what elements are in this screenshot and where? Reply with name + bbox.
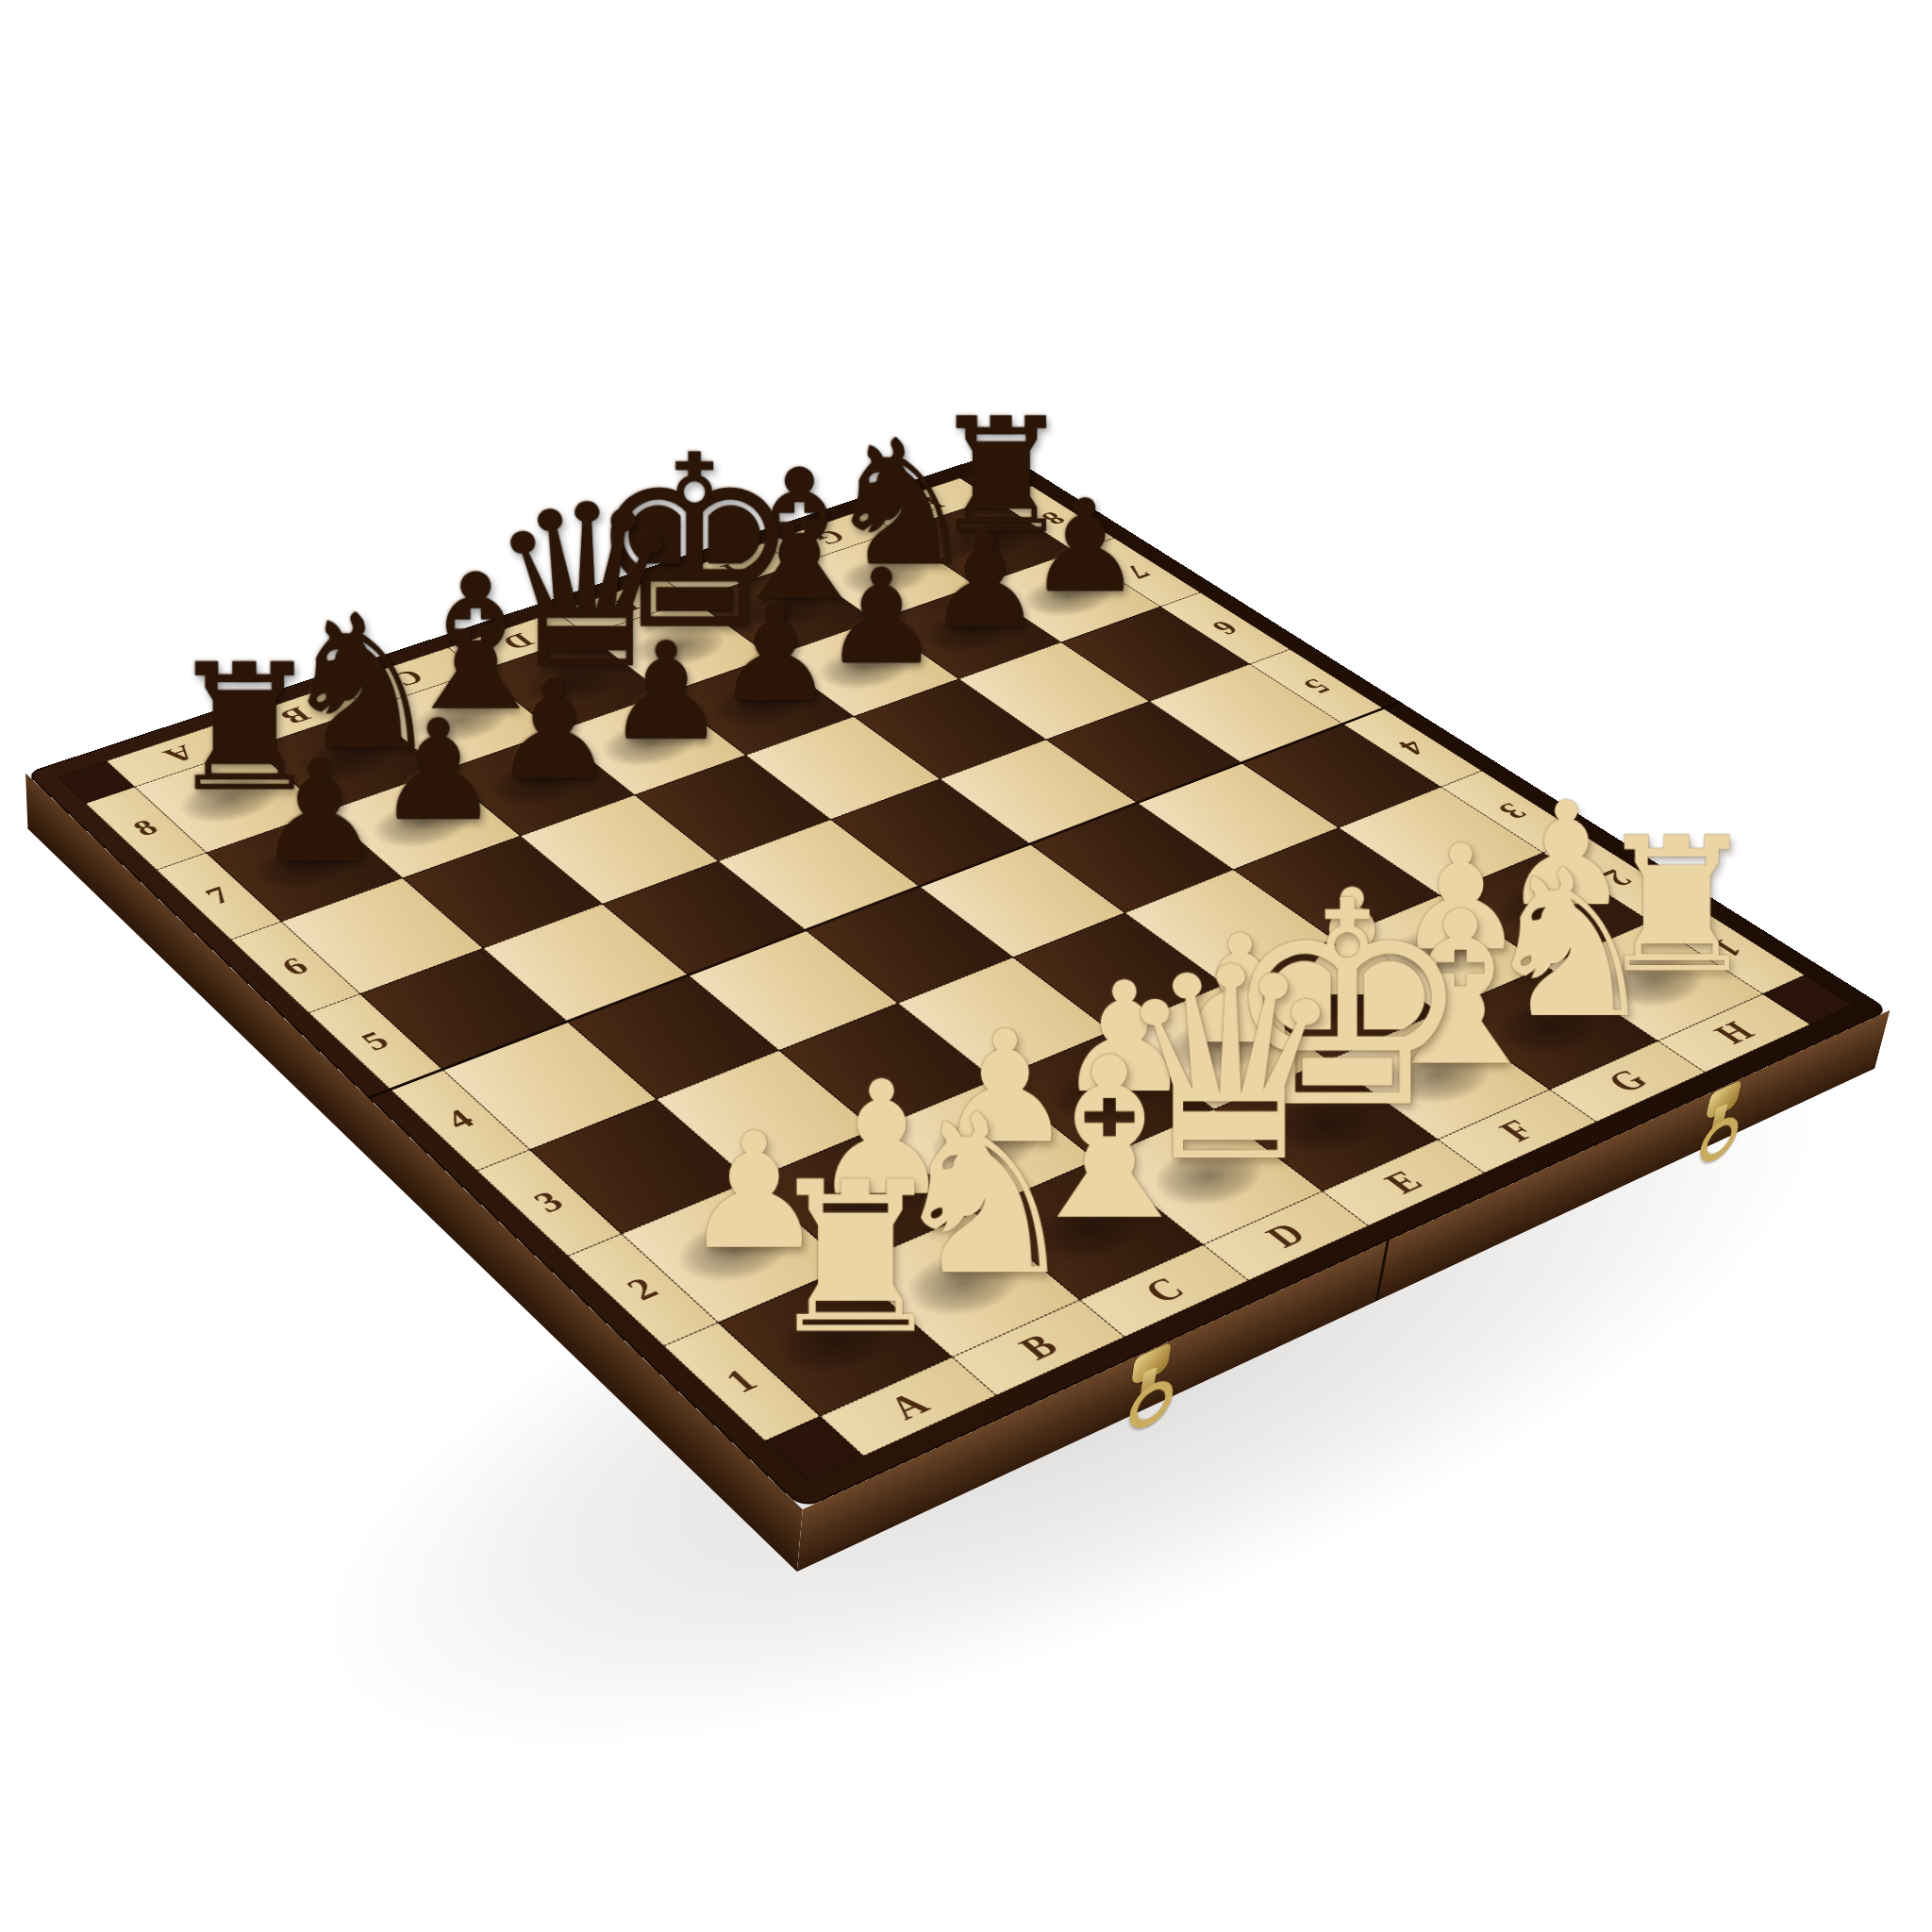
- rank-label-right-5-text: 5: [1294, 675, 1338, 698]
- black-pawn-glyph: ♟: [492, 665, 615, 795]
- file-label-bottom-b-text: B: [1009, 1327, 1067, 1367]
- brass-latch-icon: [1692, 1078, 1745, 1163]
- black-pawn-glyph: ♟: [1027, 486, 1142, 608]
- file-label-bottom-e-text: E: [1375, 1164, 1432, 1200]
- black-pawn-glyph: ♟: [375, 705, 500, 837]
- file-label-bottom-h-text: H: [1705, 1016, 1764, 1050]
- chess-set-scene: ABCDEFGH8877665544332211ABCDEFGH ♜♞♝♛♚♝♞…: [0, 0, 1932, 1932]
- rank-label-left-6-text: 6: [274, 952, 316, 981]
- rank-label-left-1-text: 1: [716, 1362, 767, 1400]
- black-pawn-glyph: ♟: [606, 627, 726, 756]
- rank-label-left-2-text: 2: [618, 1271, 667, 1307]
- rank-label-left-8-text: 8: [125, 815, 165, 841]
- rank-label-right-6-text: 6: [1204, 616, 1245, 639]
- black-pawn-glyph: ♟: [823, 555, 941, 679]
- black-pawn-glyph: ♟: [926, 520, 1042, 643]
- front-edge-seam: [1375, 1240, 1390, 1301]
- file-label-bottom-c-text: C: [1135, 1271, 1194, 1310]
- rank-label-left-4-text: 4: [437, 1104, 482, 1136]
- rank-label-left-7-text: 7: [198, 882, 239, 910]
- rank-label-left-5-text: 5: [354, 1025, 397, 1057]
- file-label-bottom-a-text: A: [878, 1385, 939, 1427]
- board-face: ABCDEFGH8877665544332211ABCDEFGH ♜♞♝♛♚♝♞…: [25, 451, 1890, 1509]
- white-rook-glyph: ♜: [761, 1160, 948, 1358]
- black-pawn-glyph: ♟: [715, 591, 835, 717]
- file-label-bottom-g-text: G: [1598, 1063, 1657, 1098]
- rank-label-left-3-text: 3: [525, 1185, 573, 1219]
- rank-label-right-4-text: 4: [1390, 735, 1434, 760]
- file-label-bottom-d-text: D: [1257, 1216, 1316, 1254]
- file-label-bottom-f-text: F: [1490, 1114, 1544, 1148]
- brass-latch-icon: [1121, 1341, 1174, 1431]
- black-pawn-glyph: ♟: [256, 744, 382, 878]
